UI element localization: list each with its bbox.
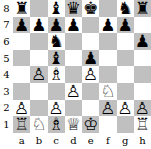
- square-e4[interactable]: ♙: [82, 66, 99, 83]
- square-b1[interactable]: ♘: [30, 116, 47, 133]
- white-knight-icon: ♘: [31, 116, 46, 133]
- white-pawn-icon: ♙: [31, 66, 46, 83]
- square-e7[interactable]: [82, 17, 99, 34]
- square-b7[interactable]: ♟: [30, 17, 47, 34]
- black-bishop-icon: ♝: [49, 50, 64, 67]
- square-e8[interactable]: ♚: [82, 0, 99, 17]
- square-d5[interactable]: [65, 50, 82, 67]
- white-pawn-icon: ♙: [49, 100, 64, 117]
- square-a3[interactable]: [13, 83, 30, 100]
- rank-label-8: 8: [0, 0, 13, 17]
- square-b5[interactable]: [30, 50, 47, 67]
- file-label-b: b: [30, 133, 47, 149]
- square-g5[interactable]: [117, 50, 134, 67]
- square-d3[interactable]: ♙: [65, 83, 82, 100]
- white-pawn-icon: ♙: [14, 100, 29, 117]
- square-c4[interactable]: ♗: [48, 66, 65, 83]
- square-g1[interactable]: [117, 116, 134, 133]
- black-king-icon: ♚: [83, 0, 98, 17]
- square-h2[interactable]: ♙: [134, 100, 151, 117]
- square-e2[interactable]: [82, 100, 99, 117]
- square-b8[interactable]: [30, 0, 47, 17]
- rank-label-4: 4: [0, 66, 13, 83]
- square-d8[interactable]: ♛: [65, 0, 82, 17]
- white-rook-icon: ♖: [14, 116, 29, 133]
- square-a2[interactable]: ♙: [13, 100, 30, 117]
- square-c8[interactable]: ♝: [48, 0, 65, 17]
- square-g2[interactable]: ♙: [117, 100, 134, 117]
- white-pawn-icon: ♙: [118, 100, 133, 117]
- white-pawn-icon: ♙: [83, 66, 98, 83]
- square-a7[interactable]: ♟: [13, 17, 30, 34]
- chessboard: 8♜♝♛♚♞♜7♟♟♟♟♟♟6♞♟5♝♟4♙♗♙3♙♘2♙♙♙♙♙1♖♘♗♕♔♖…: [0, 0, 151, 149]
- square-c2[interactable]: ♙: [48, 100, 65, 117]
- square-c3[interactable]: [48, 83, 65, 100]
- black-rook-icon: ♜: [135, 0, 150, 17]
- white-pawn-icon: ♙: [100, 100, 115, 117]
- rank-label-1: 1: [0, 116, 13, 133]
- square-f1[interactable]: [99, 116, 116, 133]
- rank-label-3: 3: [0, 83, 13, 100]
- white-king-icon: ♔: [83, 116, 98, 133]
- square-d1[interactable]: ♕: [65, 116, 82, 133]
- white-queen-icon: ♕: [66, 116, 81, 133]
- white-pawn-icon: ♙: [135, 100, 150, 117]
- black-pawn-icon: ♟: [100, 17, 115, 34]
- square-g7[interactable]: ♟: [117, 17, 134, 34]
- black-pawn-icon: ♟: [118, 17, 133, 34]
- file-label-e: e: [82, 133, 99, 149]
- square-h3[interactable]: [134, 83, 151, 100]
- square-h8[interactable]: ♜: [134, 0, 151, 17]
- rank-label-7: 7: [0, 17, 13, 34]
- rank-label-6: 6: [0, 33, 13, 50]
- board-corner-spacer: [0, 133, 13, 149]
- square-e6[interactable]: [82, 33, 99, 50]
- square-h4[interactable]: [134, 66, 151, 83]
- square-b6[interactable]: [30, 33, 47, 50]
- rank-label-2: 2: [0, 100, 13, 117]
- square-f6[interactable]: [99, 33, 116, 50]
- square-c6[interactable]: ♞: [48, 33, 65, 50]
- square-h7[interactable]: [134, 17, 151, 34]
- square-c1[interactable]: ♗: [48, 116, 65, 133]
- rank-label-5: 5: [0, 50, 13, 67]
- black-pawn-icon: ♟: [31, 17, 46, 34]
- square-h6[interactable]: ♟: [134, 33, 151, 50]
- white-pawn-icon: ♙: [66, 83, 81, 100]
- black-pawn-icon: ♟: [135, 33, 150, 50]
- square-f2[interactable]: ♙: [99, 100, 116, 117]
- file-label-f: f: [99, 133, 116, 149]
- square-e3[interactable]: [82, 83, 99, 100]
- square-h5[interactable]: [134, 50, 151, 67]
- square-b2[interactable]: [30, 100, 47, 117]
- white-bishop-icon: ♗: [49, 116, 64, 133]
- black-pawn-icon: ♟: [83, 50, 98, 67]
- black-pawn-icon: ♟: [66, 17, 81, 34]
- square-f4[interactable]: [99, 66, 116, 83]
- file-label-a: a: [13, 133, 30, 149]
- file-label-d: d: [65, 133, 82, 149]
- square-d2[interactable]: [65, 100, 82, 117]
- square-b4[interactable]: ♙: [30, 66, 47, 83]
- square-e5[interactable]: ♟: [82, 50, 99, 67]
- square-a6[interactable]: [13, 33, 30, 50]
- black-knight-icon: ♞: [49, 33, 64, 50]
- square-f3[interactable]: ♘: [99, 83, 116, 100]
- square-b3[interactable]: [30, 83, 47, 100]
- square-d4[interactable]: [65, 66, 82, 83]
- file-label-h: h: [134, 133, 151, 149]
- square-a8[interactable]: ♜: [13, 0, 30, 17]
- square-a4[interactable]: [13, 66, 30, 83]
- black-pawn-icon: ♟: [49, 17, 64, 34]
- file-label-g: g: [117, 133, 134, 149]
- square-g6[interactable]: [117, 33, 134, 50]
- square-a5[interactable]: [13, 50, 30, 67]
- square-g8[interactable]: ♞: [117, 0, 134, 17]
- square-d7[interactable]: ♟: [65, 17, 82, 34]
- square-c5[interactable]: ♝: [48, 50, 65, 67]
- square-g3[interactable]: [117, 83, 134, 100]
- square-a1[interactable]: ♖: [13, 116, 30, 133]
- square-c7[interactable]: ♟: [48, 17, 65, 34]
- black-pawn-icon: ♟: [14, 17, 29, 34]
- file-label-c: c: [48, 133, 65, 149]
- square-f7[interactable]: ♟: [99, 17, 116, 34]
- black-queen-icon: ♛: [66, 0, 81, 17]
- square-d6[interactable]: [65, 33, 82, 50]
- square-e1[interactable]: ♔: [82, 116, 99, 133]
- square-g4[interactable]: [117, 66, 134, 83]
- white-rook-icon: ♖: [135, 116, 150, 133]
- square-h1[interactable]: ♖: [134, 116, 151, 133]
- square-f5[interactable]: [99, 50, 116, 67]
- white-knight-icon: ♘: [100, 83, 115, 100]
- black-knight-icon: ♞: [118, 0, 133, 17]
- black-bishop-icon: ♝: [49, 0, 64, 17]
- square-f8[interactable]: [99, 0, 116, 17]
- white-bishop-icon: ♗: [49, 66, 64, 83]
- black-rook-icon: ♜: [14, 0, 29, 17]
